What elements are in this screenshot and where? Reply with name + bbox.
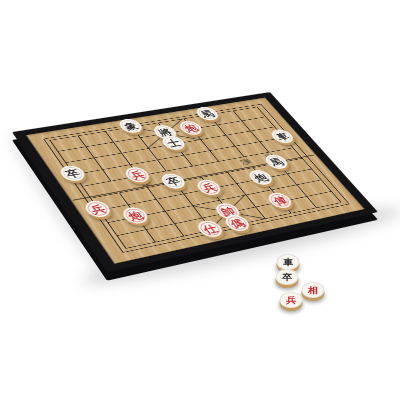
piece-black[interactable]: 車 [268,128,297,144]
piece-black[interactable]: 士 [159,135,189,152]
piece-character: 兵 [286,296,296,305]
piece-character: 兵 [128,169,146,180]
piece-character: 炮 [126,210,145,222]
piece-red[interactable]: 炮 [176,120,205,136]
piece-character: 車 [274,131,291,141]
piece-character: 兵 [200,182,218,193]
loose-piece-black[interactable]: 卒 [276,269,299,285]
piece-character: 炮 [182,123,199,133]
xiangqi-board: ++++++++++++++ 楚河 漢界 象馬將炮士卒車兵卒馬兵兵炮炮帥俥仕傌 [12,92,378,272]
piece-red[interactable]: 炮 [119,206,151,226]
piece-character: 馬 [199,109,216,118]
piece-character: 士 [165,138,183,148]
piece-character: 象 [122,121,140,131]
product-photo-stage: ++++++++++++++ 楚河 漢界 象馬將炮士卒車兵卒馬兵兵炮炮帥俥仕傌 … [0,0,400,400]
piece-character: 俥 [271,195,289,206]
piece-red[interactable]: 兵 [82,199,114,219]
loose-piece-red[interactable]: 相 [302,282,325,298]
piece-character: 卒 [164,176,182,187]
piece-black[interactable]: 卒 [57,164,88,182]
piece-red[interactable]: 俥 [264,191,295,209]
piece-character: 傌 [228,217,247,228]
piece-black[interactable]: 馬 [262,153,292,170]
piece-red[interactable]: 仕 [194,219,226,239]
piece-character: 卒 [63,168,82,179]
piece-character: 仕 [201,223,220,235]
piece-black[interactable]: 象 [116,118,146,134]
piece-red[interactable]: 傌 [221,213,253,232]
piece-character: 兵 [88,203,107,215]
piece-black[interactable]: 馬 [193,106,222,122]
loose-piece-red[interactable]: 兵 [280,292,303,308]
piece-character: 馬 [268,157,286,167]
piece-character: 車 [283,258,293,267]
piece-black[interactable]: 卒 [158,172,189,190]
piece-character: 卒 [282,273,292,282]
piece-black[interactable]: 炮 [246,169,276,187]
piece-character: 炮 [252,172,270,182]
piece-character: 相 [308,286,318,295]
piece-red[interactable]: 兵 [194,178,225,196]
piece-red[interactable]: 兵 [122,166,153,184]
loose-piece-black[interactable]: 車 [277,254,300,270]
